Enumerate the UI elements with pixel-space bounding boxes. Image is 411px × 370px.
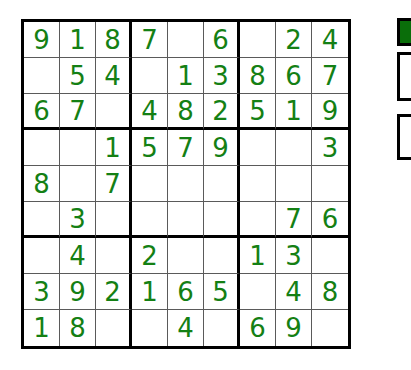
sudoku-app: 9187624541386767482519157938737642133921… (0, 0, 411, 370)
green-swatch-box[interactable] (397, 18, 411, 46)
cell-r8c9[interactable]: 8 (312, 274, 348, 310)
cell-r1c4[interactable]: 7 (132, 22, 168, 58)
cell-r8c1[interactable]: 3 (24, 274, 60, 310)
cell-r9c5[interactable]: 4 (168, 310, 204, 346)
cell-r7c3[interactable] (96, 238, 132, 274)
cell-r4c7[interactable] (240, 130, 276, 166)
cell-r4c4[interactable]: 5 (132, 130, 168, 166)
empty-box-2[interactable] (397, 114, 411, 160)
cell-r2c2[interactable]: 5 (60, 58, 96, 94)
cell-r5c9[interactable] (312, 166, 348, 202)
cell-r7c6[interactable] (204, 238, 240, 274)
empty-box-1[interactable] (397, 52, 411, 101)
cell-r3c9[interactable]: 9 (312, 94, 348, 130)
cell-r2c5[interactable]: 1 (168, 58, 204, 94)
cell-r9c9[interactable] (312, 310, 348, 346)
cell-r8c6[interactable]: 5 (204, 274, 240, 310)
cell-r2c8[interactable]: 6 (276, 58, 312, 94)
cell-r7c8[interactable]: 3 (276, 238, 312, 274)
cell-r3c1[interactable]: 6 (24, 94, 60, 130)
cell-r4c9[interactable]: 3 (312, 130, 348, 166)
cell-r3c2[interactable]: 7 (60, 94, 96, 130)
cell-r9c3[interactable] (96, 310, 132, 346)
cell-r2c1[interactable] (24, 58, 60, 94)
cell-r5c6[interactable] (204, 166, 240, 202)
cell-r5c5[interactable] (168, 166, 204, 202)
cell-r8c2[interactable]: 9 (60, 274, 96, 310)
cell-r2c6[interactable]: 3 (204, 58, 240, 94)
cell-r6c9[interactable]: 6 (312, 202, 348, 238)
cell-r4c1[interactable] (24, 130, 60, 166)
cell-r3c8[interactable]: 1 (276, 94, 312, 130)
cell-r7c5[interactable] (168, 238, 204, 274)
cell-r9c4[interactable] (132, 310, 168, 346)
cell-r6c3[interactable] (96, 202, 132, 238)
cell-r2c7[interactable]: 8 (240, 58, 276, 94)
cell-r7c7[interactable]: 1 (240, 238, 276, 274)
cell-r3c3[interactable] (96, 94, 132, 130)
cell-r9c7[interactable]: 6 (240, 310, 276, 346)
cell-r8c7[interactable] (240, 274, 276, 310)
cell-r6c4[interactable] (132, 202, 168, 238)
sudoku-board: 9187624541386767482519157938737642133921… (21, 19, 351, 349)
cell-r7c2[interactable]: 4 (60, 238, 96, 274)
cell-r2c4[interactable] (132, 58, 168, 94)
cell-r4c2[interactable] (60, 130, 96, 166)
cell-r6c1[interactable] (24, 202, 60, 238)
cell-r5c7[interactable] (240, 166, 276, 202)
cell-r5c8[interactable] (276, 166, 312, 202)
cell-r1c2[interactable]: 1 (60, 22, 96, 58)
cell-r6c8[interactable]: 7 (276, 202, 312, 238)
cell-r6c7[interactable] (240, 202, 276, 238)
cell-r1c1[interactable]: 9 (24, 22, 60, 58)
cell-r7c9[interactable] (312, 238, 348, 274)
cell-r3c5[interactable]: 8 (168, 94, 204, 130)
cell-r6c5[interactable] (168, 202, 204, 238)
cell-r8c8[interactable]: 4 (276, 274, 312, 310)
cell-r1c9[interactable]: 4 (312, 22, 348, 58)
cell-r8c4[interactable]: 1 (132, 274, 168, 310)
cell-r5c1[interactable]: 8 (24, 166, 60, 202)
cell-r9c8[interactable]: 9 (276, 310, 312, 346)
cell-r4c8[interactable] (276, 130, 312, 166)
cell-r2c9[interactable]: 7 (312, 58, 348, 94)
cell-r5c4[interactable] (132, 166, 168, 202)
cell-r6c6[interactable] (204, 202, 240, 238)
cell-r5c2[interactable] (60, 166, 96, 202)
cell-r3c7[interactable]: 5 (240, 94, 276, 130)
cell-r3c6[interactable]: 2 (204, 94, 240, 130)
cell-r8c3[interactable]: 2 (96, 274, 132, 310)
cell-r8c5[interactable]: 6 (168, 274, 204, 310)
cell-r9c2[interactable]: 8 (60, 310, 96, 346)
cell-r3c4[interactable]: 4 (132, 94, 168, 130)
cell-r1c7[interactable] (240, 22, 276, 58)
cell-r9c1[interactable]: 1 (24, 310, 60, 346)
cell-r4c5[interactable]: 7 (168, 130, 204, 166)
cell-r9c6[interactable] (204, 310, 240, 346)
cell-r1c3[interactable]: 8 (96, 22, 132, 58)
cell-r4c6[interactable]: 9 (204, 130, 240, 166)
cell-r1c8[interactable]: 2 (276, 22, 312, 58)
cell-r1c6[interactable]: 6 (204, 22, 240, 58)
cell-r4c3[interactable]: 1 (96, 130, 132, 166)
cell-r7c4[interactable]: 2 (132, 238, 168, 274)
cell-r6c2[interactable]: 3 (60, 202, 96, 238)
cell-r2c3[interactable]: 4 (96, 58, 132, 94)
cell-r5c3[interactable]: 7 (96, 166, 132, 202)
cell-r7c1[interactable] (24, 238, 60, 274)
cell-r1c5[interactable] (168, 22, 204, 58)
